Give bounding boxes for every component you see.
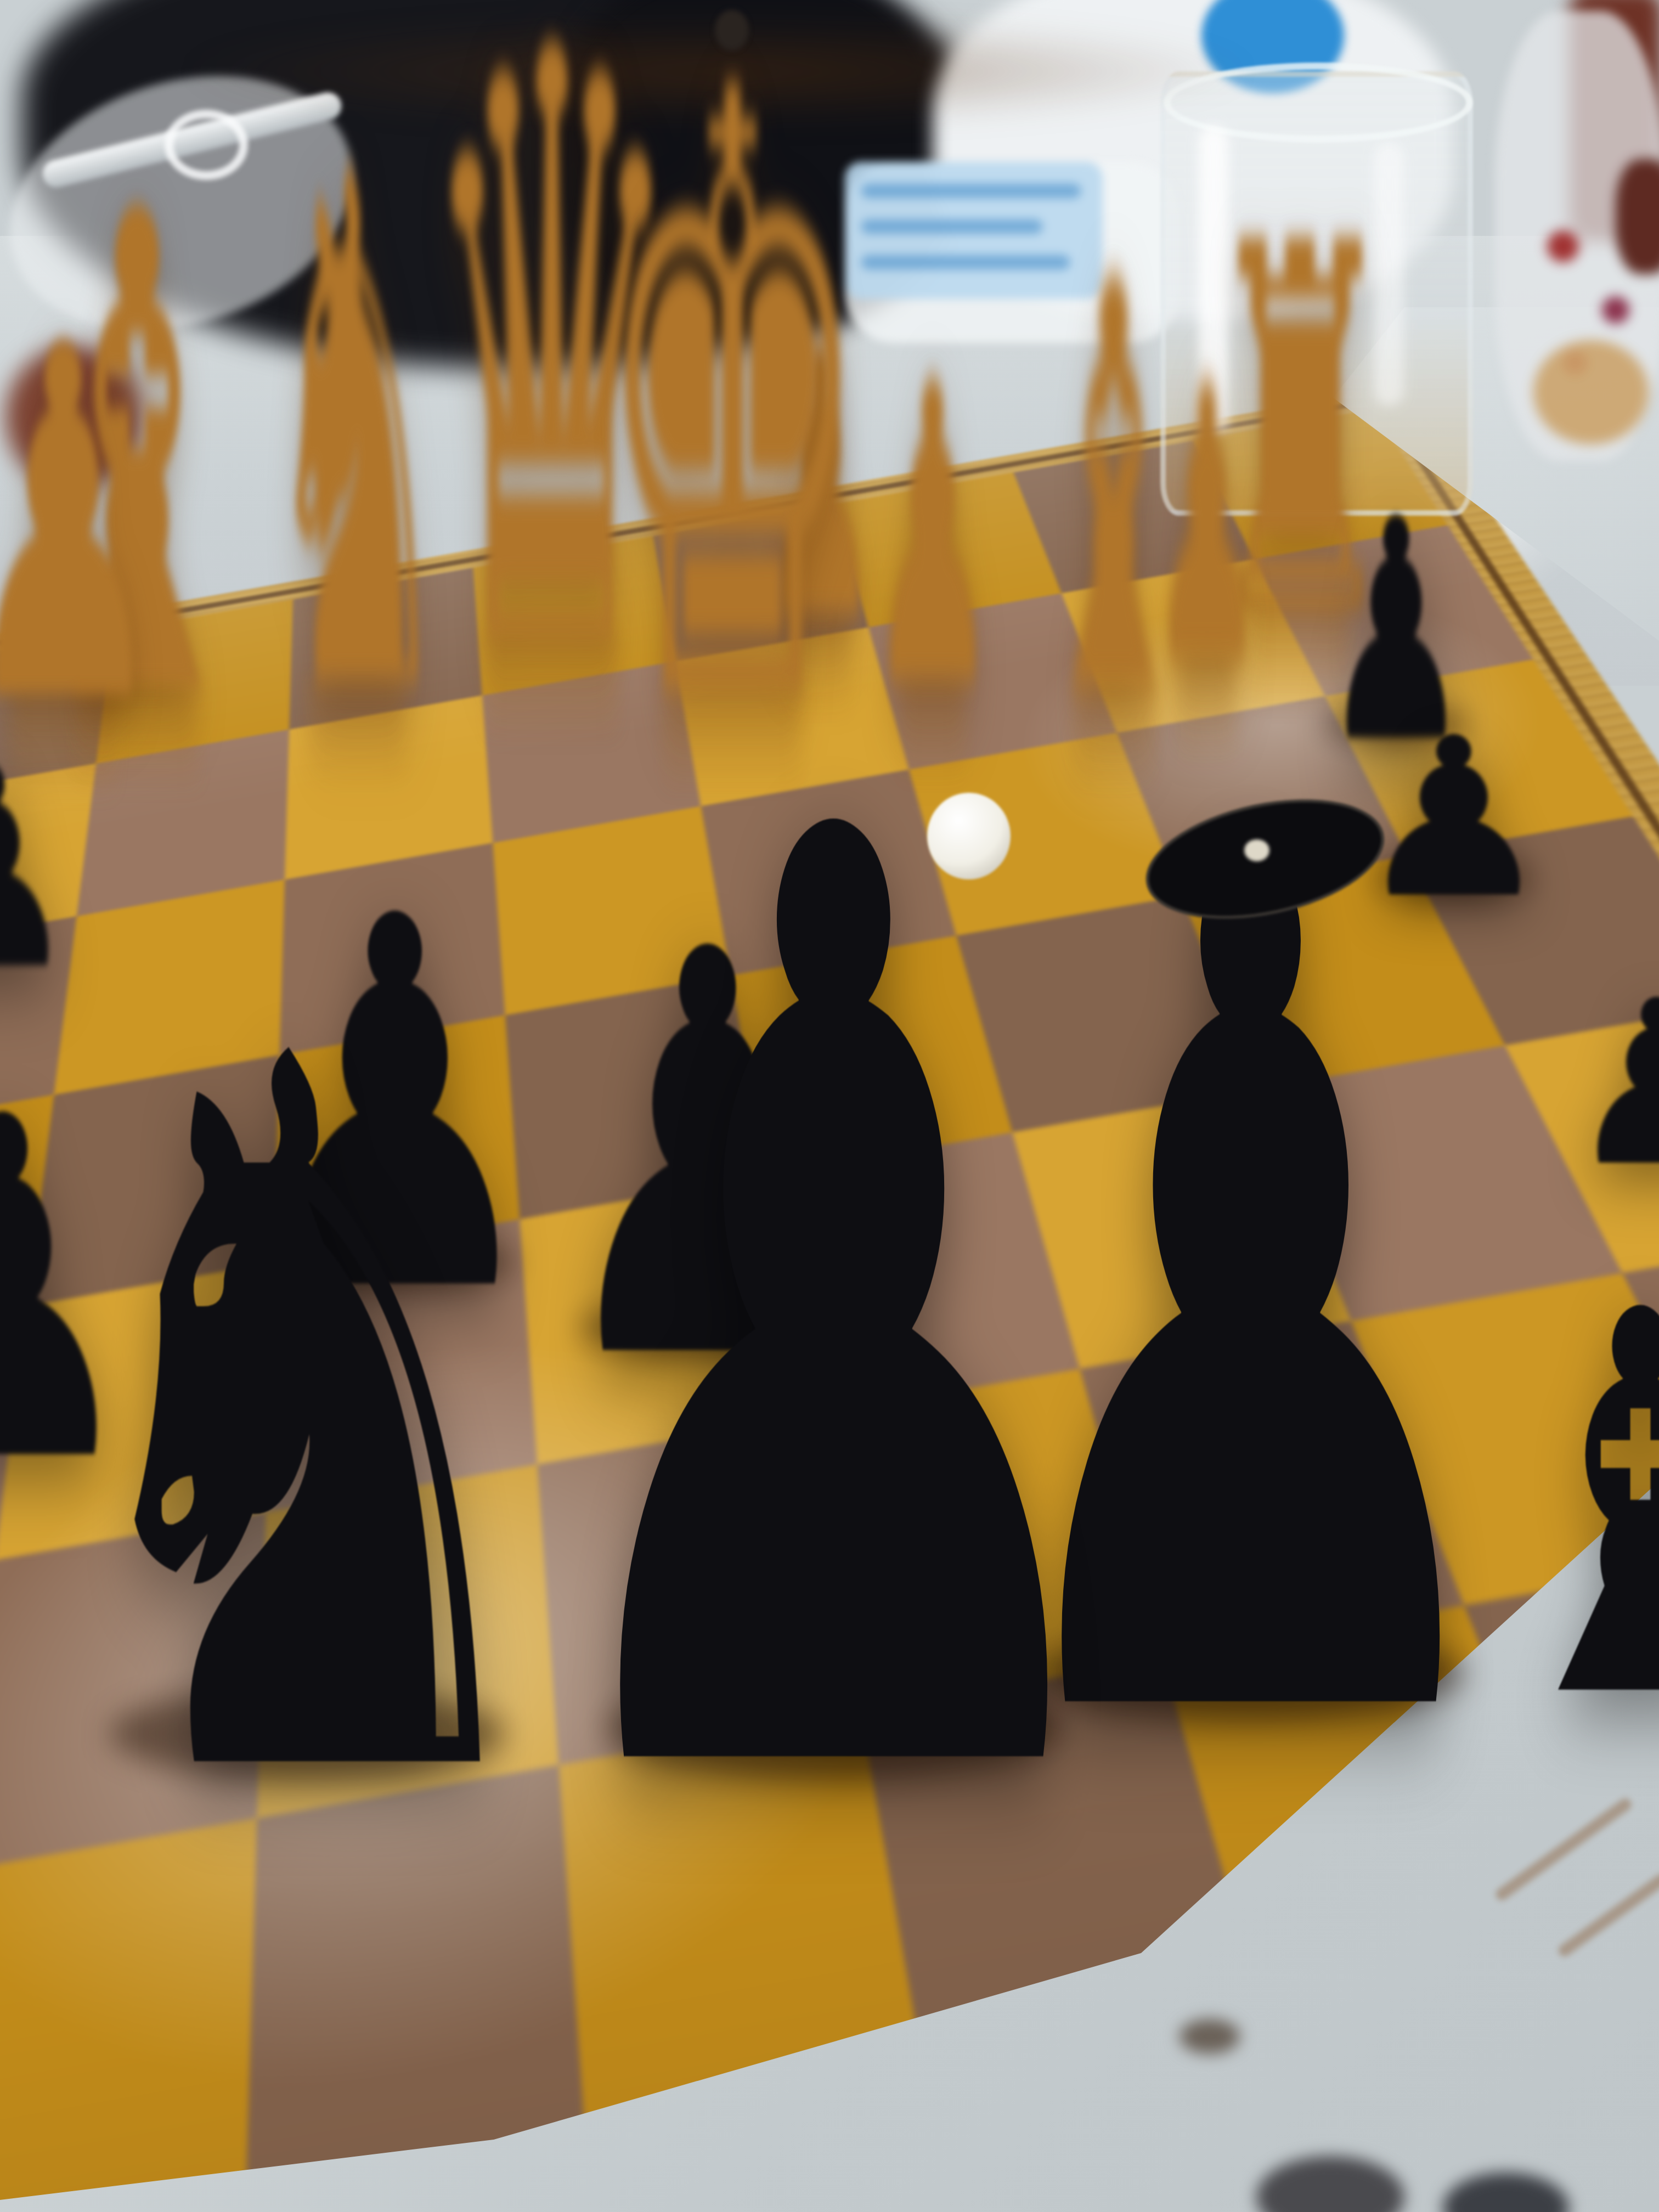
white-king-dark-finial (715, 10, 749, 50)
king-top-dowel-dot (1244, 839, 1269, 861)
piece-white-knight-c7: ♞ (250, 83, 464, 789)
piece-black-knight-c1: ♞ (5, 934, 609, 1911)
piece-black-pawn-g3: ♟ (1558, 971, 1659, 1198)
queen-white-ball-finial (927, 793, 1011, 879)
piece-white-pawn-b7: ♟ (0, 285, 178, 769)
pieces-layer: ♜♟♛♟♞♟♝♝♚♟♟♟♟♟♟♟♟♝♟♟♞ (0, 0, 1659, 2212)
photo-scene: ABCDEFGH ♜♟♛♟♞♟♝♝♚♟♟♟♟♟♟♟♟♝♟♟♞ (0, 0, 1659, 2212)
